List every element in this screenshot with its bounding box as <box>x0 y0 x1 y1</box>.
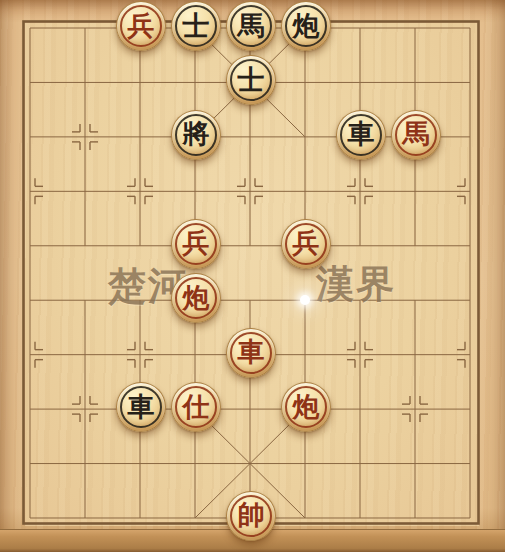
piece-black-general[interactable]: 將 <box>171 110 221 160</box>
piece-red-soldier[interactable]: 兵 <box>281 219 331 269</box>
piece-red-advisor[interactable]: 仕 <box>171 382 221 432</box>
piece-glyph: 炮 <box>183 284 210 311</box>
piece-red-soldier[interactable]: 兵 <box>116 1 166 51</box>
piece-black-cannon[interactable]: 炮 <box>281 1 331 51</box>
piece-red-general[interactable]: 帥 <box>226 491 276 541</box>
piece-glyph: 馬 <box>403 120 430 147</box>
piece-red-cannon[interactable]: 炮 <box>281 382 331 432</box>
xiangqi-app: 楚河 漢界 兵士馬炮士將車馬兵兵炮車車仕炮帥 <box>0 0 505 552</box>
piece-black-advisor[interactable]: 士 <box>171 1 221 51</box>
piece-black-chariot[interactable]: 車 <box>336 110 386 160</box>
piece-red-horse[interactable]: 馬 <box>391 110 441 160</box>
piece-glyph: 炮 <box>293 12 320 39</box>
piece-black-advisor[interactable]: 士 <box>226 55 276 105</box>
pieces-layer[interactable]: 兵士馬炮士將車馬兵兵炮車車仕炮帥 <box>0 0 505 529</box>
piece-glyph: 仕 <box>183 393 210 420</box>
piece-glyph: 車 <box>238 338 265 365</box>
piece-glyph: 兵 <box>183 229 210 256</box>
piece-glyph: 將 <box>183 120 210 147</box>
piece-glyph: 兵 <box>128 12 155 39</box>
piece-glyph: 兵 <box>293 229 320 256</box>
piece-glyph: 帥 <box>238 501 265 528</box>
piece-glyph: 士 <box>183 12 210 39</box>
piece-red-cannon[interactable]: 炮 <box>171 273 221 323</box>
piece-glyph: 車 <box>128 393 155 420</box>
piece-red-soldier[interactable]: 兵 <box>171 219 221 269</box>
piece-red-chariot[interactable]: 車 <box>226 328 276 378</box>
piece-glyph: 車 <box>348 120 375 147</box>
piece-black-chariot[interactable]: 車 <box>116 382 166 432</box>
piece-black-horse[interactable]: 馬 <box>226 1 276 51</box>
piece-glyph: 馬 <box>238 12 265 39</box>
piece-glyph: 炮 <box>293 393 320 420</box>
piece-glyph: 士 <box>238 66 265 93</box>
